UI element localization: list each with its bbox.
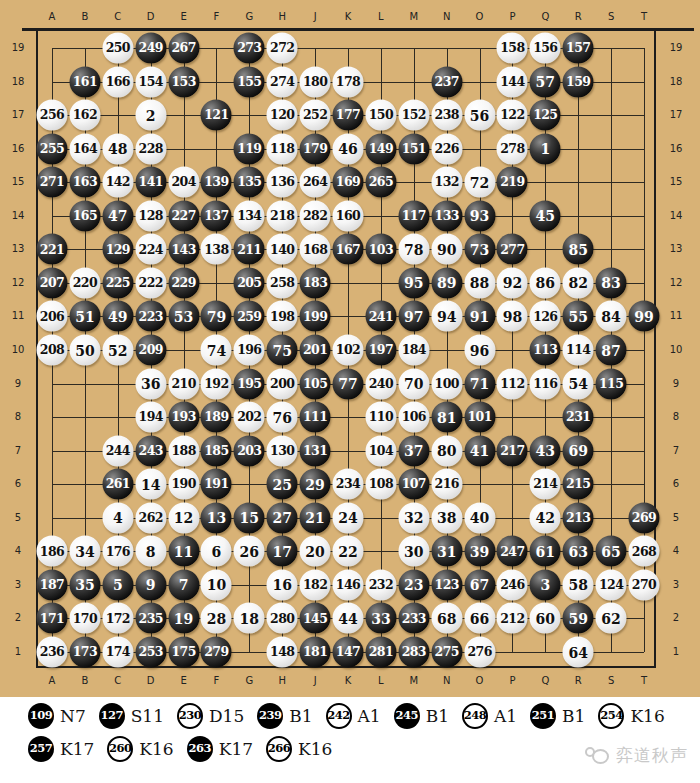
caption-move-point: D15 bbox=[209, 706, 244, 726]
stone-P9: 112 bbox=[497, 368, 528, 399]
stone-S3: 124 bbox=[596, 569, 627, 600]
coord-number-right: 14 bbox=[670, 211, 683, 221]
coord-number-right: 5 bbox=[673, 513, 679, 523]
stone-E5: 12 bbox=[168, 502, 199, 533]
stone-P17: 122 bbox=[497, 100, 528, 131]
stone-M3: 23 bbox=[398, 569, 429, 600]
stone-O11: 91 bbox=[464, 301, 495, 332]
stone-S9: 115 bbox=[596, 368, 627, 399]
stone-O7: 41 bbox=[464, 435, 495, 466]
stone-H3: 16 bbox=[267, 569, 298, 600]
caption-move: 248A1 bbox=[462, 703, 517, 729]
stone-N9: 100 bbox=[431, 368, 462, 399]
coord-letter-top: S bbox=[608, 12, 614, 22]
stone-G19: 273 bbox=[234, 33, 265, 64]
caption-move-number: 242 bbox=[326, 703, 352, 729]
stone-A3: 187 bbox=[37, 569, 68, 600]
stone-F3: 10 bbox=[201, 569, 232, 600]
stone-E8: 193 bbox=[168, 402, 199, 433]
caption-move-point: S11 bbox=[131, 706, 164, 726]
stone-N8: 81 bbox=[431, 402, 462, 433]
stone-G14: 134 bbox=[234, 200, 265, 231]
stone-N6: 216 bbox=[431, 469, 462, 500]
coord-letter-top: P bbox=[509, 12, 515, 22]
stone-C19: 250 bbox=[102, 33, 133, 64]
coord-number-left: 6 bbox=[15, 479, 21, 489]
stone-M11: 97 bbox=[398, 301, 429, 332]
caption-move-number: 230 bbox=[177, 703, 203, 729]
stone-L13: 103 bbox=[365, 234, 396, 265]
stone-K6: 234 bbox=[333, 469, 364, 500]
stone-R11: 55 bbox=[563, 301, 594, 332]
coord-number-left: 2 bbox=[15, 613, 21, 623]
stone-H5: 27 bbox=[267, 502, 298, 533]
stone-F15: 139 bbox=[201, 167, 232, 198]
stone-O14: 93 bbox=[464, 200, 495, 231]
stone-S10: 87 bbox=[596, 335, 627, 366]
caption-move-point: K16 bbox=[139, 739, 173, 759]
stone-E6: 190 bbox=[168, 469, 199, 500]
stone-L2: 33 bbox=[365, 603, 396, 634]
stone-J12: 183 bbox=[300, 267, 331, 298]
stone-M9: 70 bbox=[398, 368, 429, 399]
stone-Q18: 57 bbox=[530, 66, 561, 97]
stone-M4: 30 bbox=[398, 536, 429, 567]
stone-H2: 280 bbox=[267, 603, 298, 634]
stone-G11: 259 bbox=[234, 301, 265, 332]
stone-L8: 110 bbox=[365, 402, 396, 433]
stone-A1: 236 bbox=[37, 637, 68, 668]
stone-F17: 121 bbox=[201, 100, 232, 131]
stone-N11: 94 bbox=[431, 301, 462, 332]
stone-T3: 270 bbox=[629, 569, 660, 600]
stone-A17: 256 bbox=[37, 100, 68, 131]
stone-D2: 235 bbox=[135, 603, 166, 634]
coord-letter-bottom: P bbox=[509, 676, 515, 686]
coord-letter-top: O bbox=[476, 12, 484, 22]
stone-O15: 72 bbox=[464, 167, 495, 198]
watermark-text: 弈道秋声 bbox=[616, 744, 688, 767]
coord-number-left: 3 bbox=[15, 580, 21, 590]
stone-G9: 195 bbox=[234, 368, 265, 399]
stone-T11: 99 bbox=[629, 301, 660, 332]
stone-G10: 196 bbox=[234, 335, 265, 366]
stone-D13: 224 bbox=[135, 234, 166, 265]
stone-Q5: 42 bbox=[530, 502, 561, 533]
stone-L10: 197 bbox=[365, 335, 396, 366]
stone-Q2: 60 bbox=[530, 603, 561, 634]
stone-H7: 130 bbox=[267, 435, 298, 466]
stone-R3: 58 bbox=[563, 569, 594, 600]
coord-number-right: 19 bbox=[670, 43, 683, 53]
stone-H18: 274 bbox=[267, 66, 298, 97]
caption-line: 109N7127S11230D15239B1242A1245B1248A1251… bbox=[28, 703, 688, 729]
caption-move-point: N7 bbox=[60, 706, 86, 726]
stone-L15: 265 bbox=[365, 167, 396, 198]
stone-O1: 276 bbox=[464, 637, 495, 668]
coord-letter-bottom: M bbox=[409, 676, 418, 686]
stone-R2: 59 bbox=[563, 603, 594, 634]
caption-move-number: 109 bbox=[28, 703, 54, 729]
stone-Q14: 45 bbox=[530, 200, 561, 231]
stone-L1: 281 bbox=[365, 637, 396, 668]
coord-letter-top: J bbox=[314, 12, 317, 22]
coord-number-right: 16 bbox=[670, 144, 683, 154]
stone-G8: 202 bbox=[234, 402, 265, 433]
coord-letter-bottom: H bbox=[278, 676, 286, 686]
coord-letter-top: F bbox=[214, 12, 220, 22]
stone-O10: 96 bbox=[464, 335, 495, 366]
stone-D7: 243 bbox=[135, 435, 166, 466]
stone-O3: 67 bbox=[464, 569, 495, 600]
caption-move: 245B1 bbox=[394, 703, 449, 729]
stone-A11: 206 bbox=[37, 301, 68, 332]
caption-move: 239B1 bbox=[257, 703, 312, 729]
stone-C7: 244 bbox=[102, 435, 133, 466]
caption-move-number: 251 bbox=[530, 703, 556, 729]
stone-B4: 34 bbox=[69, 536, 100, 567]
stone-D10: 209 bbox=[135, 335, 166, 366]
stone-D14: 128 bbox=[135, 200, 166, 231]
stone-E19: 267 bbox=[168, 33, 199, 64]
stone-J4: 20 bbox=[300, 536, 331, 567]
stone-J14: 282 bbox=[300, 200, 331, 231]
caption-move-point: A1 bbox=[494, 706, 517, 726]
stone-M17: 152 bbox=[398, 100, 429, 131]
stone-G2: 18 bbox=[234, 603, 265, 634]
stone-C6: 261 bbox=[102, 469, 133, 500]
stone-A4: 186 bbox=[37, 536, 68, 567]
stone-K9: 77 bbox=[333, 368, 364, 399]
stone-K16: 46 bbox=[333, 133, 364, 164]
caption-move-number: 248 bbox=[462, 703, 488, 729]
stone-K1: 147 bbox=[333, 637, 364, 668]
stone-H13: 140 bbox=[267, 234, 298, 265]
stone-N3: 123 bbox=[431, 569, 462, 600]
caption-move-point: B1 bbox=[562, 706, 585, 726]
coord-number-right: 2 bbox=[673, 613, 679, 623]
stone-C15: 142 bbox=[102, 167, 133, 198]
stone-N17: 238 bbox=[431, 100, 462, 131]
coord-number-left: 15 bbox=[12, 177, 25, 187]
coord-letter-bottom: D bbox=[147, 676, 155, 686]
coord-letter-top: H bbox=[278, 12, 286, 22]
caption-move: 230D15 bbox=[177, 703, 244, 729]
stone-H17: 120 bbox=[267, 100, 298, 131]
stone-R7: 69 bbox=[563, 435, 594, 466]
stone-Q17: 125 bbox=[530, 100, 561, 131]
coord-letter-bottom: B bbox=[81, 676, 88, 686]
stone-E18: 153 bbox=[168, 66, 199, 97]
stone-R9: 54 bbox=[563, 368, 594, 399]
coord-letter-top: K bbox=[345, 12, 352, 22]
coord-number-left: 18 bbox=[12, 77, 25, 87]
stone-Q11: 126 bbox=[530, 301, 561, 332]
coord-number-left: 4 bbox=[15, 546, 21, 556]
caption-move: 109N7 bbox=[28, 703, 86, 729]
stone-O4: 39 bbox=[464, 536, 495, 567]
coord-letter-bottom: O bbox=[476, 676, 484, 686]
stone-H12: 258 bbox=[267, 267, 298, 298]
stone-D19: 249 bbox=[135, 33, 166, 64]
stone-D4: 8 bbox=[135, 536, 166, 567]
coord-number-right: 3 bbox=[673, 580, 679, 590]
stone-P16: 278 bbox=[497, 133, 528, 164]
caption-move-point: K16 bbox=[630, 706, 664, 726]
stone-D3: 9 bbox=[135, 569, 166, 600]
coord-number-left: 19 bbox=[12, 43, 25, 53]
stone-B18: 161 bbox=[69, 66, 100, 97]
stone-R13: 85 bbox=[563, 234, 594, 265]
stone-H8: 76 bbox=[267, 402, 298, 433]
caption-move-point: K17 bbox=[219, 739, 253, 759]
stone-C3: 5 bbox=[102, 569, 133, 600]
caption-move-point: K16 bbox=[298, 739, 332, 759]
stone-E1: 175 bbox=[168, 637, 199, 668]
caption-move-number: 245 bbox=[394, 703, 420, 729]
stone-H16: 118 bbox=[267, 133, 298, 164]
stone-L17: 150 bbox=[365, 100, 396, 131]
stone-B16: 164 bbox=[69, 133, 100, 164]
caption-move-point: A1 bbox=[358, 706, 381, 726]
coord-letter-bottom: F bbox=[214, 676, 220, 686]
stone-F6: 191 bbox=[201, 469, 232, 500]
stone-D1: 253 bbox=[135, 637, 166, 668]
coord-letter-bottom: Q bbox=[541, 676, 549, 686]
stone-J9: 105 bbox=[300, 368, 331, 399]
stone-J3: 182 bbox=[300, 569, 331, 600]
stone-K15: 169 bbox=[333, 167, 364, 198]
coord-letter-top: Q bbox=[541, 12, 549, 22]
coord-letter-bottom: T bbox=[641, 676, 647, 686]
coord-number-right: 13 bbox=[670, 244, 683, 254]
coord-number-left: 9 bbox=[15, 379, 21, 389]
coord-number-left: 1 bbox=[15, 647, 21, 657]
coord-number-left: 10 bbox=[12, 345, 25, 355]
coord-letter-bottom: J bbox=[314, 676, 317, 686]
stone-H11: 198 bbox=[267, 301, 298, 332]
caption-move-number: 127 bbox=[99, 703, 125, 729]
stone-K4: 22 bbox=[333, 536, 364, 567]
coord-letter-bottom: S bbox=[608, 676, 614, 686]
coord-number-right: 4 bbox=[673, 546, 679, 556]
stone-H19: 272 bbox=[267, 33, 298, 64]
stone-S11: 84 bbox=[596, 301, 627, 332]
go-board: AABBCCDDEEFFGGHHJJKKLLMMNNOOPPQQRRSSTT11… bbox=[0, 0, 700, 697]
stone-O17: 56 bbox=[464, 100, 495, 131]
stone-R4: 63 bbox=[563, 536, 594, 567]
coord-number-left: 8 bbox=[15, 412, 21, 422]
stone-P7: 217 bbox=[497, 435, 528, 466]
stone-Q12: 86 bbox=[530, 267, 561, 298]
stone-E2: 19 bbox=[168, 603, 199, 634]
stone-C4: 176 bbox=[102, 536, 133, 567]
stone-P15: 219 bbox=[497, 167, 528, 198]
coord-letter-top: T bbox=[641, 12, 647, 22]
coord-number-left: 16 bbox=[12, 144, 25, 154]
stone-F2: 28 bbox=[201, 603, 232, 634]
stone-J18: 180 bbox=[300, 66, 331, 97]
stone-G5: 15 bbox=[234, 502, 265, 533]
stone-L9: 240 bbox=[365, 368, 396, 399]
caption-move-number: 263 bbox=[187, 736, 213, 762]
stone-A15: 271 bbox=[37, 167, 68, 198]
stone-C16: 48 bbox=[102, 133, 133, 164]
coord-number-left: 5 bbox=[15, 513, 21, 523]
caption-move-number: 239 bbox=[257, 703, 283, 729]
stone-K5: 24 bbox=[333, 502, 364, 533]
stone-P13: 277 bbox=[497, 234, 528, 265]
stone-S2: 62 bbox=[596, 603, 627, 634]
stone-C11: 49 bbox=[102, 301, 133, 332]
stone-G4: 26 bbox=[234, 536, 265, 567]
watermark: 弈道秋声 bbox=[585, 744, 688, 767]
coord-number-right: 11 bbox=[670, 311, 683, 321]
stone-O13: 73 bbox=[464, 234, 495, 265]
stone-L11: 241 bbox=[365, 301, 396, 332]
caption-move-number: 257 bbox=[28, 736, 54, 762]
stone-R10: 114 bbox=[563, 335, 594, 366]
stone-M12: 95 bbox=[398, 267, 429, 298]
stone-R18: 159 bbox=[563, 66, 594, 97]
stone-A16: 255 bbox=[37, 133, 68, 164]
stone-N1: 275 bbox=[431, 637, 462, 668]
stone-R1: 64 bbox=[563, 637, 594, 668]
coord-letter-top: N bbox=[443, 12, 450, 22]
caption-move: 260K16 bbox=[107, 736, 173, 762]
stone-G12: 205 bbox=[234, 267, 265, 298]
coord-letter-top: C bbox=[114, 12, 121, 22]
stone-D16: 228 bbox=[135, 133, 166, 164]
stone-G13: 211 bbox=[234, 234, 265, 265]
stone-O2: 66 bbox=[464, 603, 495, 634]
stone-K13: 167 bbox=[333, 234, 364, 265]
stone-S12: 83 bbox=[596, 267, 627, 298]
caption-move-number: 254 bbox=[598, 703, 624, 729]
coord-number-right: 12 bbox=[670, 278, 683, 288]
stone-Q7: 43 bbox=[530, 435, 561, 466]
stone-K2: 44 bbox=[333, 603, 364, 634]
stone-J15: 264 bbox=[300, 167, 331, 198]
watermark-logo-icon bbox=[585, 745, 611, 767]
stone-M14: 117 bbox=[398, 200, 429, 231]
stone-F8: 189 bbox=[201, 402, 232, 433]
stone-M7: 37 bbox=[398, 435, 429, 466]
stone-F14: 137 bbox=[201, 200, 232, 231]
stone-G15: 135 bbox=[234, 167, 265, 198]
stone-D6: 14 bbox=[135, 469, 166, 500]
stone-R19: 157 bbox=[563, 33, 594, 64]
coord-letter-top: R bbox=[575, 12, 582, 22]
coord-letter-bottom: R bbox=[575, 676, 582, 686]
stone-K18: 178 bbox=[333, 66, 364, 97]
stone-F7: 185 bbox=[201, 435, 232, 466]
stone-J13: 168 bbox=[300, 234, 331, 265]
stone-J11: 199 bbox=[300, 301, 331, 332]
caption-move-point: B1 bbox=[426, 706, 449, 726]
coord-number-left: 13 bbox=[12, 244, 25, 254]
stone-J10: 201 bbox=[300, 335, 331, 366]
coord-letter-top: G bbox=[245, 12, 253, 22]
stone-K10: 102 bbox=[333, 335, 364, 366]
stone-P12: 92 bbox=[497, 267, 528, 298]
stone-M2: 233 bbox=[398, 603, 429, 634]
stone-G16: 119 bbox=[234, 133, 265, 164]
coord-letter-bottom: K bbox=[345, 676, 352, 686]
stone-N14: 133 bbox=[431, 200, 462, 231]
stone-B2: 170 bbox=[69, 603, 100, 634]
stone-N16: 226 bbox=[431, 133, 462, 164]
stone-B14: 165 bbox=[69, 200, 100, 231]
stone-D15: 141 bbox=[135, 167, 166, 198]
caption-move: 251B1 bbox=[530, 703, 585, 729]
stone-N2: 68 bbox=[431, 603, 462, 634]
stone-P19: 158 bbox=[497, 33, 528, 64]
stone-K14: 160 bbox=[333, 200, 364, 231]
stone-B3: 35 bbox=[69, 569, 100, 600]
stone-M5: 32 bbox=[398, 502, 429, 533]
stone-J17: 252 bbox=[300, 100, 331, 131]
stone-J8: 111 bbox=[300, 402, 331, 433]
stone-O8: 101 bbox=[464, 402, 495, 433]
stone-J7: 131 bbox=[300, 435, 331, 466]
stone-F10: 74 bbox=[201, 335, 232, 366]
coord-letter-top: B bbox=[81, 12, 88, 22]
stone-N15: 132 bbox=[431, 167, 462, 198]
stone-J5: 21 bbox=[300, 502, 331, 533]
stone-P4: 247 bbox=[497, 536, 528, 567]
stone-R8: 231 bbox=[563, 402, 594, 433]
caption-move: 127S11 bbox=[99, 703, 164, 729]
stone-O12: 88 bbox=[464, 267, 495, 298]
stone-P11: 98 bbox=[497, 301, 528, 332]
stone-E12: 229 bbox=[168, 267, 199, 298]
coord-number-left: 17 bbox=[12, 110, 25, 120]
stone-F4: 6 bbox=[201, 536, 232, 567]
stone-K3: 146 bbox=[333, 569, 364, 600]
caption-move: 242A1 bbox=[326, 703, 381, 729]
stone-L7: 104 bbox=[365, 435, 396, 466]
coord-number-left: 12 bbox=[12, 278, 25, 288]
stone-M16: 151 bbox=[398, 133, 429, 164]
stone-B15: 163 bbox=[69, 167, 100, 198]
stone-E13: 143 bbox=[168, 234, 199, 265]
stone-E11: 53 bbox=[168, 301, 199, 332]
coord-number-left: 14 bbox=[12, 211, 25, 221]
stone-D17: 2 bbox=[135, 100, 166, 131]
stone-M13: 78 bbox=[398, 234, 429, 265]
coord-letter-bottom: G bbox=[245, 676, 253, 686]
stone-T4: 268 bbox=[629, 536, 660, 567]
coord-number-left: 11 bbox=[12, 311, 25, 321]
coord-number-left: 7 bbox=[15, 446, 21, 456]
stone-H10: 75 bbox=[267, 335, 298, 366]
stone-K17: 177 bbox=[333, 100, 364, 131]
coord-letter-bottom: A bbox=[49, 676, 56, 686]
stone-B11: 51 bbox=[69, 301, 100, 332]
stone-L16: 149 bbox=[365, 133, 396, 164]
stone-E7: 188 bbox=[168, 435, 199, 466]
stone-A13: 221 bbox=[37, 234, 68, 265]
stone-L6: 108 bbox=[365, 469, 396, 500]
stone-D5: 262 bbox=[135, 502, 166, 533]
coord-letter-bottom: N bbox=[443, 676, 450, 686]
stone-R6: 215 bbox=[563, 469, 594, 500]
coord-number-right: 15 bbox=[670, 177, 683, 187]
stone-H6: 25 bbox=[267, 469, 298, 500]
go-diagram: AABBCCDDEEFFGGHHJJKKLLMMNNOOPPQQRRSSTT11… bbox=[0, 0, 700, 783]
coord-letter-top: L bbox=[378, 12, 384, 22]
